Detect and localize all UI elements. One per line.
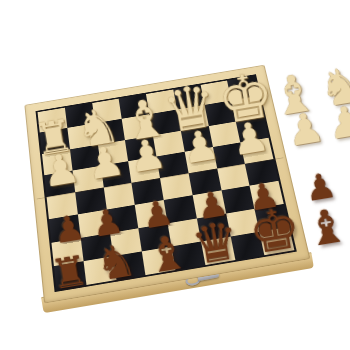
piece-black-knight[interactable]: ♞	[87, 221, 143, 285]
piece-black-queen[interactable]: ♛	[182, 204, 247, 269]
white-pawn-glyph: ♟	[283, 105, 327, 152]
piece-black-rook[interactable]: ♜	[42, 230, 93, 293]
white-pawn-glyph: ♟	[324, 99, 350, 146]
board-perspective-wrapper: ♜♞♝♛♚♝♞♜♟♟♟♟♟♟♟♟♟♟♟♟♟♟♟♟♜♞♝♛♚♝♞♜	[13, 33, 307, 324]
piece-black-bishop[interactable]: ♝	[296, 186, 350, 250]
black-bishop-glyph: ♝	[302, 200, 350, 254]
chess-set-photo: ♜♞♝♛♚♝♞♜♟♟♟♟♟♟♟♟♟♟♟♟♟♟♟♟♜♞♝♛♚♝♞♜	[0, 0, 350, 350]
piece-white-pawn[interactable]: ♟	[320, 94, 350, 143]
